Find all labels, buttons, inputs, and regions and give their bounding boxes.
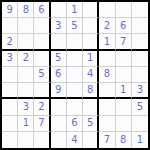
given-digit: 3 <box>55 21 61 31</box>
cell-r8c1[interactable] <box>2 116 18 132</box>
sudoku-board: 9861352621732515648981332517654781 <box>0 0 150 150</box>
cell-r2c1[interactable] <box>2 18 18 34</box>
given-digit: 2 <box>38 102 44 112</box>
cell-r4c1[interactable]: 3 <box>2 51 18 67</box>
cell-r5c2[interactable] <box>18 67 34 83</box>
cell-r4c8[interactable] <box>116 51 132 67</box>
cell-r5c1[interactable] <box>2 67 18 83</box>
cell-r9c6[interactable] <box>83 132 99 148</box>
given-digit: 6 <box>120 21 126 31</box>
given-digit: 5 <box>55 53 61 63</box>
given-digit: 2 <box>6 37 12 47</box>
cell-r1c9[interactable] <box>132 2 148 18</box>
cell-r6c6[interactable]: 8 <box>83 83 99 99</box>
cell-r9c3[interactable] <box>34 132 50 148</box>
cell-r7c8[interactable] <box>116 99 132 115</box>
cell-r2c5[interactable]: 5 <box>67 18 83 34</box>
cell-r3c3[interactable] <box>34 34 50 50</box>
cell-r8c2[interactable]: 1 <box>18 116 34 132</box>
cell-r4c4[interactable]: 5 <box>51 51 67 67</box>
cell-r6c1[interactable] <box>2 83 18 99</box>
cell-r1c4[interactable] <box>51 2 67 18</box>
cell-r6c7[interactable] <box>99 83 115 99</box>
cell-r1c5[interactable]: 1 <box>67 2 83 18</box>
cell-r3c1[interactable]: 2 <box>2 34 18 50</box>
given-digit: 4 <box>71 135 77 145</box>
given-digit: 5 <box>137 102 143 112</box>
cell-r2c6[interactable] <box>83 18 99 34</box>
cell-r7c6[interactable] <box>83 99 99 115</box>
cell-r9c9[interactable]: 1 <box>132 132 148 148</box>
given-digit: 8 <box>120 135 126 145</box>
given-digit: 5 <box>38 69 44 79</box>
cell-r8c7[interactable] <box>99 116 115 132</box>
cell-r8c8[interactable] <box>116 116 132 132</box>
given-digit: 6 <box>55 69 61 79</box>
cell-r3c5[interactable] <box>67 34 83 50</box>
cell-r5c4[interactable]: 6 <box>51 67 67 83</box>
cell-r3c4[interactable] <box>51 34 67 50</box>
given-digit: 1 <box>120 85 126 95</box>
given-digit: 6 <box>38 5 44 15</box>
given-digit: 3 <box>23 102 29 112</box>
given-digit: 7 <box>120 37 126 47</box>
cell-r9c2[interactable] <box>18 132 34 148</box>
cell-r4c9[interactable] <box>132 51 148 67</box>
given-digit: 3 <box>6 53 12 63</box>
given-digit: 8 <box>104 69 110 79</box>
given-digit: 9 <box>55 85 61 95</box>
cell-r2c3[interactable] <box>34 18 50 34</box>
given-digit: 4 <box>87 69 93 79</box>
cell-r7c9[interactable]: 5 <box>132 99 148 115</box>
given-digit: 2 <box>104 21 110 31</box>
given-digit: 1 <box>23 118 29 128</box>
given-digit: 9 <box>6 5 12 15</box>
given-digit: 5 <box>87 118 93 128</box>
cell-r9c7[interactable]: 7 <box>99 132 115 148</box>
cell-r7c1[interactable] <box>2 99 18 115</box>
cell-r7c4[interactable] <box>51 99 67 115</box>
cell-r4c3[interactable] <box>34 51 50 67</box>
cell-r7c7[interactable] <box>99 99 115 115</box>
given-digit: 7 <box>38 118 44 128</box>
cell-r2c9[interactable] <box>132 18 148 34</box>
cell-r8c5[interactable]: 6 <box>67 116 83 132</box>
given-digit: 6 <box>71 118 77 128</box>
cell-r8c9[interactable] <box>132 116 148 132</box>
cell-r2c4[interactable]: 3 <box>51 18 67 34</box>
cell-r8c3[interactable]: 7 <box>34 116 50 132</box>
given-digit: 2 <box>23 53 29 63</box>
cell-r4c5[interactable] <box>67 51 83 67</box>
given-digit: 7 <box>104 135 110 145</box>
cell-r6c9[interactable]: 3 <box>132 83 148 99</box>
cell-r6c5[interactable] <box>67 83 83 99</box>
cell-r2c2[interactable] <box>18 18 34 34</box>
cell-r4c6[interactable]: 1 <box>83 51 99 67</box>
cell-r4c2[interactable]: 2 <box>18 51 34 67</box>
cell-r6c4[interactable]: 9 <box>51 83 67 99</box>
cell-r7c5[interactable] <box>67 99 83 115</box>
cell-r1c7[interactable] <box>99 2 115 18</box>
cell-r1c3[interactable]: 6 <box>34 2 50 18</box>
given-digit: 3 <box>137 85 143 95</box>
cell-r5c5[interactable] <box>67 67 83 83</box>
given-digit: 1 <box>71 5 77 15</box>
cell-r9c8[interactable]: 8 <box>116 132 132 148</box>
cell-r1c6[interactable] <box>83 2 99 18</box>
given-digit: 1 <box>104 37 110 47</box>
cell-r8c6[interactable]: 5 <box>83 116 99 132</box>
cell-r6c2[interactable] <box>18 83 34 99</box>
cell-r6c3[interactable] <box>34 83 50 99</box>
cell-r1c8[interactable] <box>116 2 132 18</box>
cell-r5c6[interactable]: 4 <box>83 67 99 83</box>
cell-r7c2[interactable]: 3 <box>18 99 34 115</box>
cell-r2c8[interactable]: 6 <box>116 18 132 34</box>
cell-r2c7[interactable]: 2 <box>99 18 115 34</box>
cell-r5c9[interactable] <box>132 67 148 83</box>
cell-r5c3[interactable]: 5 <box>34 67 50 83</box>
cell-r4c7[interactable] <box>99 51 115 67</box>
cell-r3c7[interactable]: 1 <box>99 34 115 50</box>
cell-r5c7[interactable]: 8 <box>99 67 115 83</box>
cell-r5c8[interactable] <box>116 67 132 83</box>
cell-r9c4[interactable] <box>51 132 67 148</box>
cell-r3c6[interactable] <box>83 34 99 50</box>
cell-r3c9[interactable] <box>132 34 148 50</box>
given-digit: 1 <box>137 135 143 145</box>
cell-r6c8[interactable]: 1 <box>116 83 132 99</box>
cell-r7c3[interactable]: 2 <box>34 99 50 115</box>
cell-r3c2[interactable] <box>18 34 34 50</box>
cell-r9c5[interactable]: 4 <box>67 132 83 148</box>
cell-r1c2[interactable]: 8 <box>18 2 34 18</box>
cell-r1c1[interactable]: 9 <box>2 2 18 18</box>
cell-r8c4[interactable] <box>51 116 67 132</box>
given-digit: 8 <box>23 5 29 15</box>
cell-r3c8[interactable]: 7 <box>116 34 132 50</box>
cell-r9c1[interactable] <box>2 132 18 148</box>
given-digit: 8 <box>87 85 93 95</box>
given-digit: 5 <box>71 21 77 31</box>
given-digit: 1 <box>87 53 93 63</box>
